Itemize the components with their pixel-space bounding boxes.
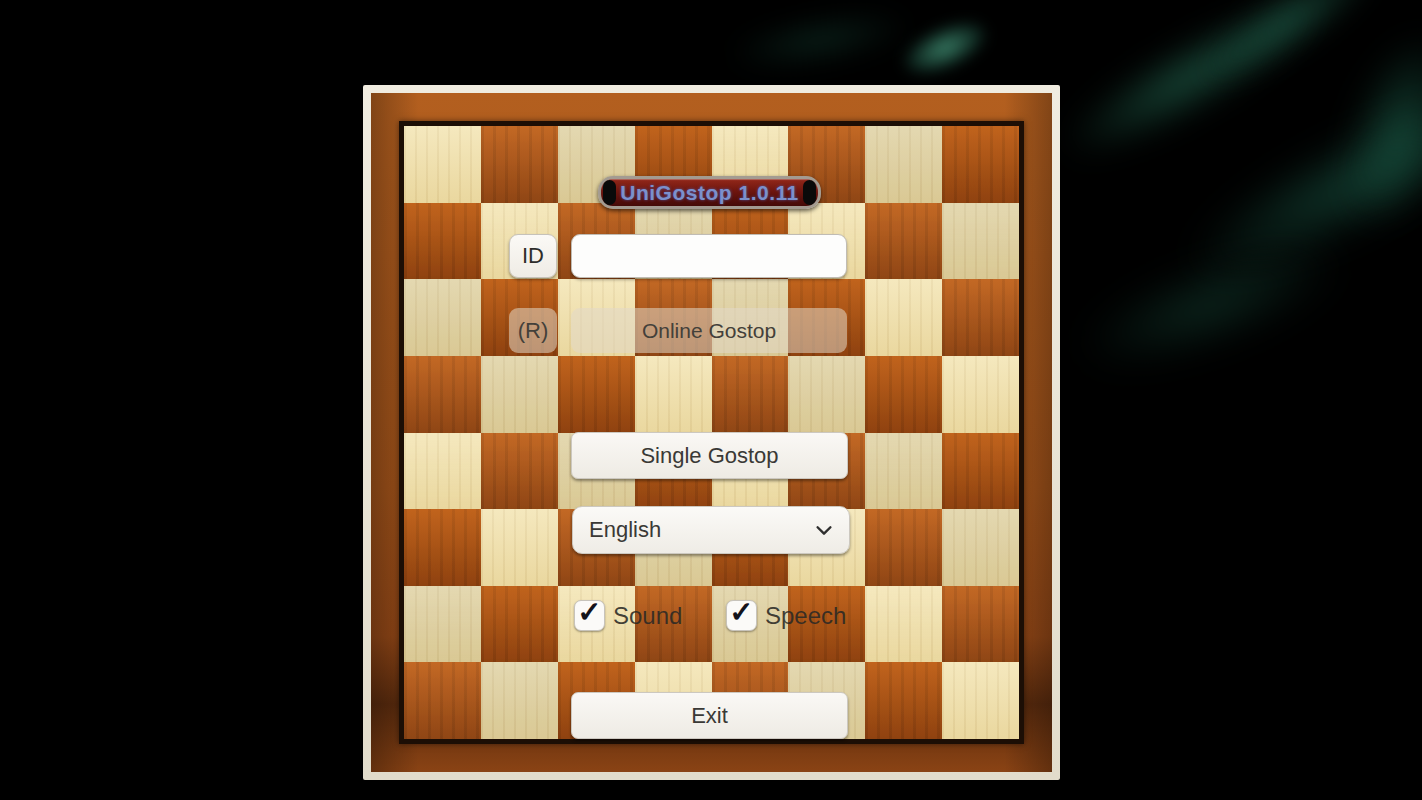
board-square <box>942 126 1019 203</box>
board-square <box>865 509 942 586</box>
id-label-text: ID <box>522 243 544 269</box>
board-square <box>481 509 558 586</box>
language-selected-value: English <box>589 517 813 543</box>
speech-label: Speech <box>765 602 846 630</box>
board-square <box>558 356 635 433</box>
board-square <box>942 356 1019 433</box>
board-square <box>865 662 942 739</box>
board-square <box>865 203 942 280</box>
board-square <box>865 586 942 663</box>
board-square <box>865 126 942 203</box>
board-square <box>404 126 481 203</box>
app-title-bar: UniGostop 1.0.11 <box>598 176 821 209</box>
chevron-down-icon <box>813 519 835 541</box>
region-label: (R) <box>509 308 557 353</box>
board-square <box>635 356 712 433</box>
backdrop-glow <box>687 0 953 92</box>
language-select[interactable]: English <box>572 506 850 554</box>
backdrop-glow <box>1290 0 1422 285</box>
board-square <box>404 356 481 433</box>
board-square <box>481 126 558 203</box>
region-label-text: (R) <box>518 318 549 344</box>
board-square <box>942 203 1019 280</box>
id-input[interactable] <box>571 234 847 278</box>
board-square <box>404 433 481 510</box>
backdrop-glow <box>1003 185 1416 425</box>
speech-checkbox[interactable]: ✓ <box>726 600 757 631</box>
exit-label: Exit <box>691 703 728 729</box>
backdrop-glow <box>1143 0 1422 137</box>
check-icon: ✓ <box>729 598 753 627</box>
board-square <box>865 433 942 510</box>
online-gostop-button[interactable]: Online Gostop <box>571 308 847 353</box>
exit-button[interactable]: Exit <box>571 692 848 739</box>
board-square <box>404 509 481 586</box>
board-square <box>942 586 1019 663</box>
app-title: UniGostop 1.0.11 <box>620 181 798 205</box>
board-square <box>712 356 789 433</box>
single-gostop-label: Single Gostop <box>640 443 778 469</box>
sound-checkbox-row[interactable]: ✓ Sound <box>574 600 682 631</box>
board-square <box>865 279 942 356</box>
board-square <box>404 586 481 663</box>
backdrop-glow <box>1089 9 1422 361</box>
board-square <box>942 279 1019 356</box>
board-square <box>481 586 558 663</box>
board-square <box>404 203 481 280</box>
board-square <box>865 356 942 433</box>
app-window: UniGostop 1.0.11 ID (R) Online Gostop Si… <box>0 0 1422 800</box>
sound-label: Sound <box>613 602 682 630</box>
speech-checkbox-row[interactable]: ✓ Speech <box>726 600 846 631</box>
id-label: ID <box>509 234 557 278</box>
board-square <box>481 662 558 739</box>
board-square <box>942 433 1019 510</box>
board-square <box>481 356 558 433</box>
sound-checkbox[interactable]: ✓ <box>574 600 605 631</box>
board-square <box>788 356 865 433</box>
board-square <box>404 279 481 356</box>
board-square <box>404 662 481 739</box>
board-square <box>942 662 1019 739</box>
board-square <box>481 433 558 510</box>
single-gostop-button[interactable]: Single Gostop <box>571 432 848 479</box>
check-icon: ✓ <box>577 598 601 627</box>
online-gostop-label: Online Gostop <box>642 319 776 343</box>
board-square <box>942 509 1019 586</box>
